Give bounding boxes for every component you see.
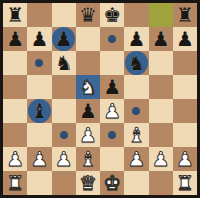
white-rook[interactable]: ♜ <box>3 171 27 195</box>
white-pawn[interactable]: ♟ <box>149 147 173 171</box>
square-g3[interactable] <box>149 123 173 147</box>
white-pawn[interactable]: ♟ <box>3 147 27 171</box>
square-c5[interactable] <box>52 75 76 99</box>
square-e5[interactable]: ♟ <box>100 75 124 99</box>
square-g4[interactable] <box>149 99 173 123</box>
square-g7[interactable]: ♟ <box>149 27 173 51</box>
square-b1[interactable] <box>27 171 51 195</box>
square-f2[interactable]: ♟ <box>124 147 148 171</box>
black-pawn[interactable]: ♟ <box>52 27 76 51</box>
white-rook[interactable]: ♜ <box>173 171 197 195</box>
square-d8[interactable]: ♛ <box>76 3 100 27</box>
square-a2[interactable]: ♟ <box>3 147 27 171</box>
square-e1[interactable]: ♚ <box>100 171 124 195</box>
chess-board: ♜♛♚♜♟♟♟♟♟♟♞♞♞♟♝♟♟♟♝♟♟♟♝♟♟♟♜♛♚♜ <box>3 3 197 195</box>
square-d7[interactable] <box>76 27 100 51</box>
black-pawn[interactable]: ♟ <box>149 27 173 51</box>
square-d6[interactable] <box>76 51 100 75</box>
square-d2[interactable]: ♝ <box>76 147 100 171</box>
white-pawn[interactable]: ♟ <box>124 147 148 171</box>
square-c8[interactable] <box>52 3 76 27</box>
square-e8[interactable]: ♚ <box>100 3 124 27</box>
black-pawn[interactable]: ♟ <box>76 99 100 123</box>
square-h2[interactable]: ♟ <box>173 147 197 171</box>
square-a7[interactable]: ♟ <box>3 27 27 51</box>
black-pawn[interactable]: ♟ <box>173 27 197 51</box>
square-g2[interactable]: ♟ <box>149 147 173 171</box>
square-e2[interactable] <box>100 147 124 171</box>
square-a5[interactable] <box>3 75 27 99</box>
square-a6[interactable] <box>3 51 27 75</box>
square-h8[interactable]: ♜ <box>173 3 197 27</box>
square-d1[interactable]: ♛ <box>76 171 100 195</box>
white-pawn[interactable]: ♟ <box>27 147 51 171</box>
black-knight[interactable]: ♞ <box>124 51 148 75</box>
square-a4[interactable] <box>3 99 27 123</box>
black-pawn[interactable]: ♟ <box>124 27 148 51</box>
black-pawn[interactable]: ♟ <box>27 27 51 51</box>
square-g1[interactable] <box>149 171 173 195</box>
square-f7[interactable]: ♟ <box>124 27 148 51</box>
black-king[interactable]: ♚ <box>100 3 124 27</box>
white-king[interactable]: ♚ <box>100 171 124 195</box>
white-queen[interactable]: ♛ <box>76 171 100 195</box>
square-b6[interactable] <box>27 51 51 75</box>
square-f6[interactable]: ♞ <box>124 51 148 75</box>
square-h4[interactable] <box>173 99 197 123</box>
square-g8[interactable] <box>149 3 173 27</box>
square-a3[interactable] <box>3 123 27 147</box>
square-c3[interactable] <box>52 123 76 147</box>
black-queen[interactable]: ♛ <box>76 3 100 27</box>
white-pawn[interactable]: ♟ <box>52 147 76 171</box>
white-pawn[interactable]: ♟ <box>173 147 197 171</box>
square-h1[interactable]: ♜ <box>173 171 197 195</box>
square-b2[interactable]: ♟ <box>27 147 51 171</box>
square-e3[interactable] <box>100 123 124 147</box>
square-c2[interactable]: ♟ <box>52 147 76 171</box>
square-f4[interactable] <box>124 99 148 123</box>
square-b3[interactable] <box>27 123 51 147</box>
square-h6[interactable] <box>173 51 197 75</box>
square-c1[interactable] <box>52 171 76 195</box>
square-c4[interactable] <box>52 99 76 123</box>
square-c7[interactable]: ♟ <box>52 27 76 51</box>
square-a8[interactable]: ♜ <box>3 3 27 27</box>
square-d5[interactable]: ♞ <box>76 75 100 99</box>
black-pawn[interactable]: ♟ <box>100 75 124 99</box>
black-knight[interactable]: ♞ <box>52 51 76 75</box>
square-g5[interactable] <box>149 75 173 99</box>
square-d3[interactable]: ♟ <box>76 123 100 147</box>
square-f5[interactable] <box>124 75 148 99</box>
white-bishop[interactable]: ♝ <box>124 123 148 147</box>
black-pawn[interactable]: ♟ <box>3 27 27 51</box>
square-e6[interactable] <box>100 51 124 75</box>
white-bishop[interactable]: ♝ <box>76 147 100 171</box>
white-knight[interactable]: ♞ <box>76 75 100 99</box>
white-pawn[interactable]: ♟ <box>100 99 124 123</box>
square-d4[interactable]: ♟ <box>76 99 100 123</box>
square-g6[interactable] <box>149 51 173 75</box>
square-b5[interactable] <box>27 75 51 99</box>
square-b4[interactable]: ♝ <box>27 99 51 123</box>
board-wrapper: ♜♛♚♜♟♟♟♟♟♟♞♞♞♟♝♟♟♟♝♟♟♟♝♟♟♟♜♛♚♜ <box>0 0 200 198</box>
black-rook[interactable]: ♜ <box>173 3 197 27</box>
white-pawn[interactable]: ♟ <box>76 123 100 147</box>
square-f1[interactable] <box>124 171 148 195</box>
square-h7[interactable]: ♟ <box>173 27 197 51</box>
square-e7[interactable] <box>100 27 124 51</box>
square-b8[interactable] <box>27 3 51 27</box>
square-c6[interactable]: ♞ <box>52 51 76 75</box>
black-rook[interactable]: ♜ <box>3 3 27 27</box>
square-h5[interactable] <box>173 75 197 99</box>
square-h3[interactable] <box>173 123 197 147</box>
square-f3[interactable]: ♝ <box>124 123 148 147</box>
square-b7[interactable]: ♟ <box>27 27 51 51</box>
black-bishop[interactable]: ♝ <box>27 99 51 123</box>
square-a1[interactable]: ♜ <box>3 171 27 195</box>
square-e4[interactable]: ♟ <box>100 99 124 123</box>
square-f8[interactable] <box>124 3 148 27</box>
